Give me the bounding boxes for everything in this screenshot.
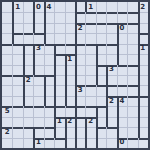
cell-r10c8[interactable]	[75, 96, 85, 106]
cell-r14c8[interactable]	[75, 138, 85, 148]
cell-r10c4[interactable]	[33, 96, 43, 106]
cell-r2c1[interactable]	[2, 12, 12, 22]
cell-r11c10[interactable]	[96, 106, 106, 116]
cell-r1c5[interactable]: 4	[44, 2, 54, 12]
cell-r10c6[interactable]	[54, 96, 64, 106]
cell-r11c5[interactable]	[44, 106, 54, 116]
cell-r8c1[interactable]	[2, 75, 12, 85]
cell-r3c3[interactable]	[23, 23, 33, 33]
clue-number: 4	[119, 97, 124, 104]
cell-r4c7[interactable]	[65, 33, 75, 43]
cell-r1c12[interactable]	[117, 2, 127, 12]
clue-number: 5	[5, 107, 10, 114]
clue-number: 1	[57, 118, 62, 125]
cell-r14c13[interactable]	[127, 138, 137, 148]
cell-r12c12[interactable]	[117, 117, 127, 127]
cell-r11c8[interactable]	[75, 106, 85, 116]
cell-r12c6[interactable]: 1	[54, 117, 64, 127]
cell-r5c5[interactable]	[44, 44, 54, 54]
cell-r7c6[interactable]	[54, 65, 64, 75]
cell-r6c12[interactable]	[117, 54, 127, 64]
cell-r14c1[interactable]	[2, 138, 12, 148]
cell-r4c3[interactable]	[23, 33, 33, 43]
cell-r5c4[interactable]: 3	[33, 44, 43, 54]
cell-r7c13[interactable]	[127, 65, 137, 75]
cell-r10c13[interactable]	[127, 96, 137, 106]
cell-r14c7[interactable]	[65, 138, 75, 148]
cell-r11c1[interactable]: 5	[2, 106, 12, 116]
cell-r8c4[interactable]	[33, 75, 43, 85]
cell-r14c11[interactable]	[106, 138, 116, 148]
cell-r4c13[interactable]	[127, 33, 137, 43]
cell-r13c4[interactable]	[33, 127, 43, 137]
cell-r11c4[interactable]	[33, 106, 43, 116]
cell-r3c4[interactable]	[33, 23, 43, 33]
clue-number: 0	[119, 139, 124, 146]
cell-r12c11[interactable]	[106, 117, 116, 127]
cell-r1c11[interactable]	[106, 2, 116, 12]
cell-r6c7[interactable]: 1	[65, 54, 75, 64]
clue-number: 1	[67, 55, 72, 62]
cell-r7c9[interactable]	[85, 65, 95, 75]
cell-r3c2[interactable]	[12, 23, 22, 33]
cell-r10c7[interactable]	[65, 96, 75, 106]
clue-number: 1	[88, 3, 93, 10]
cell-r12c4[interactable]	[33, 117, 43, 127]
cell-r14c14[interactable]	[138, 138, 148, 148]
cell-r14c4[interactable]: 1	[33, 138, 43, 148]
cell-r9c10[interactable]	[96, 85, 106, 95]
cell-r10c14[interactable]	[138, 96, 148, 106]
cell-r4c5[interactable]	[44, 33, 54, 43]
cell-r11c6[interactable]	[54, 106, 64, 116]
cell-r11c11[interactable]	[106, 106, 116, 116]
clue-number: 0	[36, 3, 41, 10]
cell-r3c13[interactable]	[127, 23, 137, 33]
cell-r4c2[interactable]	[12, 33, 22, 43]
cell-r9c9[interactable]	[85, 85, 95, 95]
clue-number: 2	[26, 76, 31, 83]
cell-r7c12[interactable]	[117, 65, 127, 75]
cell-r1c10[interactable]	[96, 2, 106, 12]
cell-r7c7[interactable]	[65, 65, 75, 75]
cell-r1c1[interactable]	[2, 2, 12, 12]
cell-r12c2[interactable]	[12, 117, 22, 127]
cell-r8c5[interactable]	[44, 75, 54, 85]
cell-r5c14[interactable]: 1	[138, 44, 148, 54]
cell-r14c3[interactable]	[23, 138, 33, 148]
cell-r4c11[interactable]	[106, 33, 116, 43]
cell-r5c12[interactable]	[117, 44, 127, 54]
cell-r10c5[interactable]	[44, 96, 54, 106]
clue-number: 1	[15, 3, 20, 10]
cell-r8c12[interactable]	[117, 75, 127, 85]
cell-r12c9[interactable]: 2	[85, 117, 95, 127]
cell-r10c9[interactable]	[85, 96, 95, 106]
cell-r8c6[interactable]	[54, 75, 64, 85]
cell-r4c14[interactable]	[138, 33, 148, 43]
cell-r5c1[interactable]	[2, 44, 12, 54]
cell-r6c6[interactable]	[54, 54, 64, 64]
cell-r3c9[interactable]	[85, 23, 95, 33]
cell-r13c13[interactable]	[127, 127, 137, 137]
cell-r1c2[interactable]: 1	[12, 2, 22, 12]
cell-r5c2[interactable]	[12, 44, 22, 54]
cell-r10c3[interactable]	[23, 96, 33, 106]
cell-r4c10[interactable]	[96, 33, 106, 43]
cell-r12c7[interactable]: 2	[65, 117, 75, 127]
heyawake-board: 1041220311323245122210	[0, 0, 150, 150]
clue-number: 1	[36, 139, 41, 146]
cell-r8c13[interactable]	[127, 75, 137, 85]
cell-r4c6[interactable]	[54, 33, 64, 43]
cell-r5c7[interactable]	[65, 44, 75, 54]
cell-r13c10[interactable]	[96, 127, 106, 137]
cell-r7c4[interactable]	[33, 65, 43, 75]
cell-r13c8[interactable]	[75, 127, 85, 137]
cell-r7c8[interactable]	[75, 65, 85, 75]
cell-r11c13[interactable]	[127, 106, 137, 116]
clue-number: 2	[67, 118, 72, 125]
cell-r7c14[interactable]	[138, 65, 148, 75]
cell-r14c9[interactable]	[85, 138, 95, 148]
cell-r2c5[interactable]	[44, 12, 54, 22]
cell-r8c3[interactable]: 2	[23, 75, 33, 85]
cell-r12c1[interactable]	[2, 117, 12, 127]
cell-r9c12[interactable]	[117, 85, 127, 95]
cell-r3c12[interactable]: 0	[117, 23, 127, 33]
cell-r12c14[interactable]	[138, 117, 148, 127]
cell-r5c6[interactable]	[54, 44, 64, 54]
cell-r13c2[interactable]	[12, 127, 22, 137]
cell-r9c2[interactable]	[12, 85, 22, 95]
cell-r14c5[interactable]	[44, 138, 54, 148]
clue-number: 3	[36, 45, 41, 52]
cell-r6c10[interactable]	[96, 54, 106, 64]
cell-r4c1[interactable]	[2, 33, 12, 43]
cell-r13c5[interactable]	[44, 127, 54, 137]
cell-r11c12[interactable]	[117, 106, 127, 116]
cell-r11c9[interactable]	[85, 106, 95, 116]
cell-r2c3[interactable]	[23, 12, 33, 22]
cell-r9c3[interactable]	[23, 85, 33, 95]
cell-r9c8[interactable]: 3	[75, 85, 85, 95]
cell-r8c10[interactable]	[96, 75, 106, 85]
cell-r7c5[interactable]	[44, 65, 54, 75]
cell-r5c9[interactable]	[85, 44, 95, 54]
cell-r3c8[interactable]: 2	[75, 23, 85, 33]
clue-number: 3	[78, 87, 83, 94]
cell-r6c9[interactable]	[85, 54, 95, 64]
cell-r12c10[interactable]	[96, 117, 106, 127]
cell-r9c14[interactable]	[138, 85, 148, 95]
cell-r8c11[interactable]	[106, 75, 116, 85]
cell-r1c7[interactable]	[65, 2, 75, 12]
cell-r5c13[interactable]	[127, 44, 137, 54]
cell-r3c7[interactable]	[65, 23, 75, 33]
cell-r6c4[interactable]	[33, 54, 43, 64]
cell-r5c10[interactable]	[96, 44, 106, 54]
cell-r7c3[interactable]	[23, 65, 33, 75]
cell-r9c11[interactable]	[106, 85, 116, 95]
cell-r2c8[interactable]	[75, 12, 85, 22]
cell-r9c13[interactable]	[127, 85, 137, 95]
cell-r9c1[interactable]	[2, 85, 12, 95]
cell-r10c2[interactable]	[12, 96, 22, 106]
cell-r3c10[interactable]	[96, 23, 106, 33]
clue-number: 1	[140, 45, 145, 52]
cell-r11c7[interactable]	[65, 106, 75, 116]
cell-r2c4[interactable]	[33, 12, 43, 22]
cell-r6c8[interactable]	[75, 54, 85, 64]
cell-r9c4[interactable]	[33, 85, 43, 95]
cell-r8c9[interactable]	[85, 75, 95, 85]
cell-r3c6[interactable]	[54, 23, 64, 33]
cell-r2c10[interactable]	[96, 12, 106, 22]
cell-r1c4[interactable]: 0	[33, 2, 43, 12]
clue-number: 2	[88, 118, 93, 125]
cell-r2c7[interactable]	[65, 12, 75, 22]
cell-r4c4[interactable]	[33, 33, 43, 43]
cell-r1c13[interactable]	[127, 2, 137, 12]
cell-r11c3[interactable]	[23, 106, 33, 116]
cell-r6c1[interactable]	[2, 54, 12, 64]
cell-r12c5[interactable]	[44, 117, 54, 127]
cell-r5c11[interactable]	[106, 44, 116, 54]
cell-r6c3[interactable]	[23, 54, 33, 64]
cell-r12c8[interactable]	[75, 117, 85, 127]
cell-r9c5[interactable]	[44, 85, 54, 95]
cell-r5c8[interactable]	[75, 44, 85, 54]
cell-r3c5[interactable]	[44, 23, 54, 33]
cell-r3c14[interactable]	[138, 23, 148, 33]
puzzle-stage: 1041220311323245122210	[0, 0, 150, 150]
cell-r1c9[interactable]: 1	[85, 2, 95, 12]
cell-r13c6[interactable]	[54, 127, 64, 137]
cell-r12c13[interactable]	[127, 117, 137, 127]
cell-r9c7[interactable]	[65, 85, 75, 95]
cell-r14c12[interactable]: 0	[117, 138, 127, 148]
cell-r14c10[interactable]	[96, 138, 106, 148]
cell-r2c2[interactable]	[12, 12, 22, 22]
cell-r2c12[interactable]	[117, 12, 127, 22]
clue-number: 2	[78, 24, 83, 31]
cell-r11c14[interactable]	[138, 106, 148, 116]
cell-r7c1[interactable]	[2, 65, 12, 75]
cell-r2c6[interactable]	[54, 12, 64, 22]
clue-number: 2	[5, 128, 10, 135]
cell-r2c13[interactable]	[127, 12, 137, 22]
clue-number: 2	[140, 3, 145, 10]
cell-r13c7[interactable]	[65, 127, 75, 137]
cell-r2c11[interactable]	[106, 12, 116, 22]
cell-r7c11[interactable]: 3	[106, 65, 116, 75]
cell-r8c7[interactable]	[65, 75, 75, 85]
cell-r11c2[interactable]	[12, 106, 22, 116]
cell-r7c10[interactable]	[96, 65, 106, 75]
clue-number: 2	[109, 97, 114, 104]
cell-r13c11[interactable]	[106, 127, 116, 137]
cell-r6c13[interactable]	[127, 54, 137, 64]
cell-r14c6[interactable]	[54, 138, 64, 148]
cell-r10c1[interactable]	[2, 96, 12, 106]
cell-r4c8[interactable]	[75, 33, 85, 43]
cell-r8c14[interactable]	[138, 75, 148, 85]
cell-r10c11[interactable]: 2	[106, 96, 116, 106]
cell-r3c1[interactable]	[2, 23, 12, 33]
cell-r9c6[interactable]	[54, 85, 64, 95]
cell-r1c8[interactable]	[75, 2, 85, 12]
clue-number: 0	[119, 24, 124, 31]
cell-r14c2[interactable]	[12, 138, 22, 148]
cell-r13c1[interactable]: 2	[2, 127, 12, 137]
cell-r2c14[interactable]	[138, 12, 148, 22]
cell-r13c9[interactable]	[85, 127, 95, 137]
cell-r5c3[interactable]	[23, 44, 33, 54]
cell-r6c11[interactable]	[106, 54, 116, 64]
cell-r3c11[interactable]	[106, 23, 116, 33]
cell-r10c12[interactable]: 4	[117, 96, 127, 106]
cell-r2c9[interactable]	[85, 12, 95, 22]
cell-r7c2[interactable]	[12, 65, 22, 75]
cell-r6c14[interactable]	[138, 54, 148, 64]
cell-r12c3[interactable]	[23, 117, 33, 127]
cell-r8c2[interactable]	[12, 75, 22, 85]
cell-r1c6[interactable]	[54, 2, 64, 12]
cell-r1c14[interactable]: 2	[138, 2, 148, 12]
clue-number: 3	[109, 66, 114, 73]
cell-r13c12[interactable]	[117, 127, 127, 137]
cell-r8c8[interactable]	[75, 75, 85, 85]
clue-number: 4	[46, 3, 51, 10]
cell-r13c3[interactable]	[23, 127, 33, 137]
cell-r6c2[interactable]	[12, 54, 22, 64]
cell-r13c14[interactable]	[138, 127, 148, 137]
cell-r10c10[interactable]	[96, 96, 106, 106]
cell-r6c5[interactable]	[44, 54, 54, 64]
cell-r1c3[interactable]	[23, 2, 33, 12]
cell-r4c12[interactable]	[117, 33, 127, 43]
cell-r4c9[interactable]	[85, 33, 95, 43]
